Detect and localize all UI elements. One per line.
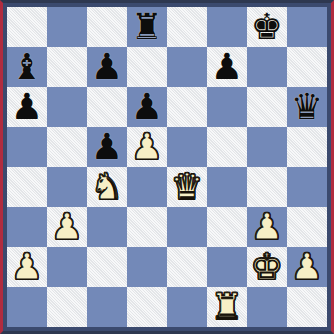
square-g7[interactable] <box>247 47 287 87</box>
square-d1[interactable] <box>127 287 167 327</box>
piece-white-queen[interactable]: ♛ <box>171 167 203 207</box>
square-h1[interactable] <box>287 287 327 327</box>
square-g3[interactable]: ♟ <box>247 207 287 247</box>
square-d6[interactable]: ♟ <box>127 87 167 127</box>
square-g6[interactable] <box>247 87 287 127</box>
piece-black-bishop[interactable]: ♝ <box>11 47 43 87</box>
piece-black-king[interactable]: ♚ <box>251 7 283 47</box>
square-c5[interactable]: ♟ <box>87 127 127 167</box>
square-d7[interactable] <box>127 47 167 87</box>
chess-board: ♜♚♝♟♟♟♟♛♟♟♞♛♟♟♟♚♟♜ <box>7 7 327 327</box>
square-g8[interactable]: ♚ <box>247 7 287 47</box>
square-a2[interactable]: ♟ <box>7 247 47 287</box>
piece-black-pawn[interactable]: ♟ <box>91 47 123 87</box>
square-c6[interactable] <box>87 87 127 127</box>
square-f2[interactable] <box>207 247 247 287</box>
square-e8[interactable] <box>167 7 207 47</box>
square-e5[interactable] <box>167 127 207 167</box>
square-b5[interactable] <box>47 127 87 167</box>
square-d2[interactable] <box>127 247 167 287</box>
square-h2[interactable]: ♟ <box>287 247 327 287</box>
piece-black-pawn[interactable]: ♟ <box>131 87 163 127</box>
square-e4[interactable]: ♛ <box>167 167 207 207</box>
square-a1[interactable] <box>7 287 47 327</box>
piece-black-queen[interactable]: ♛ <box>291 87 323 127</box>
square-b4[interactable] <box>47 167 87 207</box>
piece-white-king[interactable]: ♚ <box>251 247 283 287</box>
square-a7[interactable]: ♝ <box>7 47 47 87</box>
square-d8[interactable]: ♜ <box>127 7 167 47</box>
square-h3[interactable] <box>287 207 327 247</box>
square-e3[interactable] <box>167 207 207 247</box>
square-f5[interactable] <box>207 127 247 167</box>
square-e1[interactable] <box>167 287 207 327</box>
square-e7[interactable] <box>167 47 207 87</box>
piece-white-pawn[interactable]: ♟ <box>251 207 283 247</box>
square-h6[interactable]: ♛ <box>287 87 327 127</box>
piece-white-pawn[interactable]: ♟ <box>291 247 323 287</box>
square-a8[interactable] <box>7 7 47 47</box>
piece-white-rook[interactable]: ♜ <box>211 287 243 327</box>
square-c2[interactable] <box>87 247 127 287</box>
piece-black-pawn[interactable]: ♟ <box>11 87 43 127</box>
square-f7[interactable]: ♟ <box>207 47 247 87</box>
square-f3[interactable] <box>207 207 247 247</box>
square-h5[interactable] <box>287 127 327 167</box>
square-b6[interactable] <box>47 87 87 127</box>
square-c7[interactable]: ♟ <box>87 47 127 87</box>
square-b7[interactable] <box>47 47 87 87</box>
square-d3[interactable] <box>127 207 167 247</box>
square-e2[interactable] <box>167 247 207 287</box>
square-b3[interactable]: ♟ <box>47 207 87 247</box>
square-h4[interactable] <box>287 167 327 207</box>
square-g1[interactable] <box>247 287 287 327</box>
piece-black-pawn[interactable]: ♟ <box>91 127 123 167</box>
square-a3[interactable] <box>7 207 47 247</box>
square-f6[interactable] <box>207 87 247 127</box>
square-a4[interactable] <box>7 167 47 207</box>
square-c4[interactable]: ♞ <box>87 167 127 207</box>
square-g2[interactable]: ♚ <box>247 247 287 287</box>
square-d4[interactable] <box>127 167 167 207</box>
piece-black-rook[interactable]: ♜ <box>131 7 163 47</box>
square-g4[interactable] <box>247 167 287 207</box>
square-d5[interactable]: ♟ <box>127 127 167 167</box>
square-e6[interactable] <box>167 87 207 127</box>
square-c3[interactable] <box>87 207 127 247</box>
square-h7[interactable] <box>287 47 327 87</box>
square-f8[interactable] <box>207 7 247 47</box>
piece-white-pawn[interactable]: ♟ <box>131 127 163 167</box>
square-f4[interactable] <box>207 167 247 207</box>
square-c1[interactable] <box>87 287 127 327</box>
square-a5[interactable] <box>7 127 47 167</box>
square-f1[interactable]: ♜ <box>207 287 247 327</box>
piece-white-knight[interactable]: ♞ <box>91 167 123 207</box>
piece-white-pawn[interactable]: ♟ <box>51 207 83 247</box>
square-c8[interactable] <box>87 7 127 47</box>
square-b8[interactable] <box>47 7 87 47</box>
piece-black-pawn[interactable]: ♟ <box>211 47 243 87</box>
square-g5[interactable] <box>247 127 287 167</box>
square-a6[interactable]: ♟ <box>7 87 47 127</box>
chess-board-frame: ♜♚♝♟♟♟♟♛♟♟♞♛♟♟♟♚♟♜ <box>0 0 334 334</box>
square-h8[interactable] <box>287 7 327 47</box>
square-b2[interactable] <box>47 247 87 287</box>
piece-white-pawn[interactable]: ♟ <box>11 247 43 287</box>
square-b1[interactable] <box>47 287 87 327</box>
